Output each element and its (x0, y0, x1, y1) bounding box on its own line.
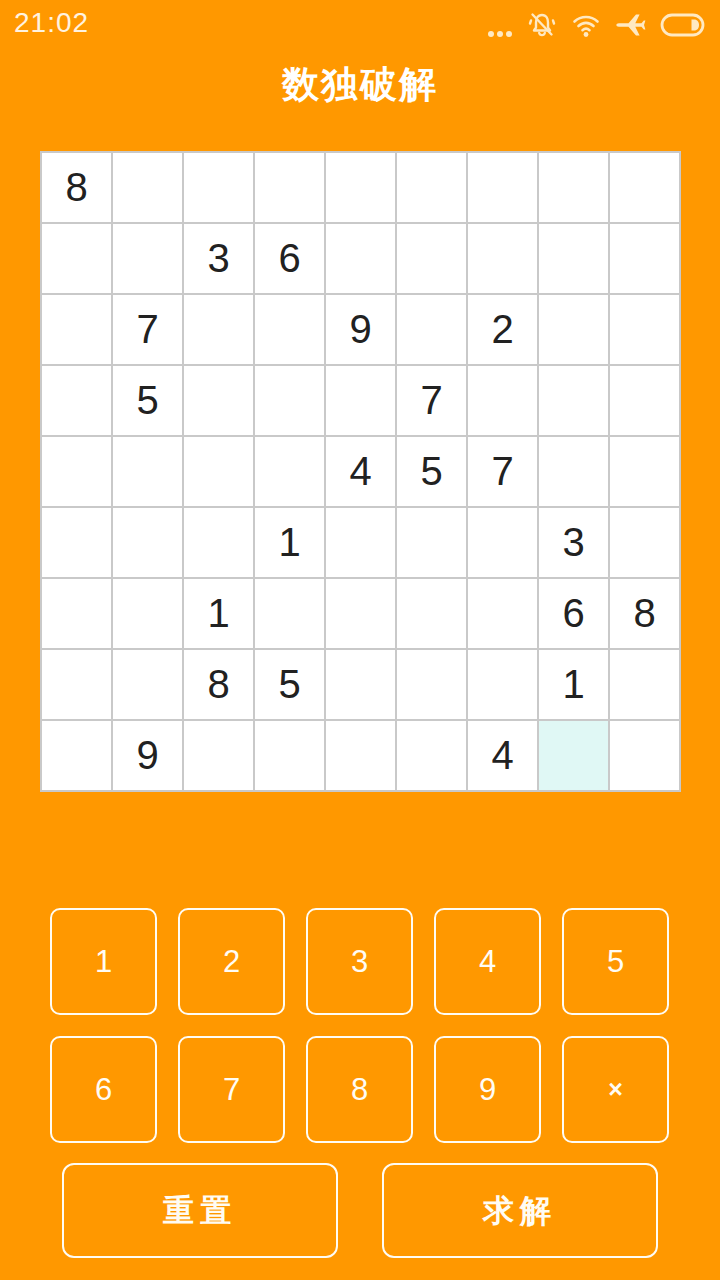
sudoku-cell-r4c3[interactable] (184, 366, 253, 435)
status-clock: 21:02 (14, 7, 89, 39)
sudoku-cell-r7c1[interactable] (42, 579, 111, 648)
sudoku-cell-r1c7[interactable] (468, 153, 537, 222)
sudoku-cell-r1c5[interactable] (326, 153, 395, 222)
sudoku-cell-r6c7[interactable] (468, 508, 537, 577)
sudoku-cell-r3c8[interactable] (539, 295, 608, 364)
key-4[interactable]: 4 (434, 908, 541, 1015)
sudoku-cell-r1c9[interactable] (610, 153, 679, 222)
solve-button[interactable]: 求解 (382, 1163, 658, 1258)
sudoku-cell-r8c3[interactable]: 8 (184, 650, 253, 719)
sudoku-cell-r1c1[interactable]: 8 (42, 153, 111, 222)
sudoku-cell-r3c5[interactable]: 9 (326, 295, 395, 364)
page-title: 数独破解 (0, 60, 720, 110)
sudoku-cell-r3c1[interactable] (42, 295, 111, 364)
sudoku-cell-r9c7[interactable]: 4 (468, 721, 537, 790)
sudoku-cell-r2c4[interactable]: 6 (255, 224, 324, 293)
status-bar: 21:02 (0, 0, 720, 48)
key-1[interactable]: 1 (50, 908, 157, 1015)
signal-dots-icon (487, 10, 513, 40)
key-9[interactable]: 9 (434, 1036, 541, 1143)
sudoku-cell-r9c4[interactable] (255, 721, 324, 790)
sudoku-cell-r9c9[interactable] (610, 721, 679, 790)
sudoku-cell-r7c4[interactable] (255, 579, 324, 648)
sudoku-cell-r5c7[interactable]: 7 (468, 437, 537, 506)
reset-button[interactable]: 重置 (62, 1163, 338, 1258)
sudoku-cell-r8c4[interactable]: 5 (255, 650, 324, 719)
key-8[interactable]: 8 (306, 1036, 413, 1143)
sudoku-cell-r6c8[interactable]: 3 (539, 508, 608, 577)
sudoku-cell-r6c2[interactable] (113, 508, 182, 577)
sudoku-cell-r5c2[interactable] (113, 437, 182, 506)
sudoku-cell-r8c5[interactable] (326, 650, 395, 719)
number-keypad: 123456789× (50, 908, 669, 1143)
status-icons (487, 0, 706, 50)
sudoku-cell-r7c5[interactable] (326, 579, 395, 648)
sudoku-cell-r6c9[interactable] (610, 508, 679, 577)
sudoku-cell-r9c6[interactable] (397, 721, 466, 790)
app-screen: 21:02 (0, 0, 720, 1280)
key-delete[interactable]: × (562, 1036, 669, 1143)
sudoku-cell-r9c5[interactable] (326, 721, 395, 790)
sudoku-cell-r1c2[interactable] (113, 153, 182, 222)
sudoku-cell-r9c1[interactable] (42, 721, 111, 790)
sudoku-cell-r7c3[interactable]: 1 (184, 579, 253, 648)
sudoku-cell-r5c8[interactable] (539, 437, 608, 506)
sudoku-cell-r7c9[interactable]: 8 (610, 579, 679, 648)
sudoku-cell-r5c4[interactable] (255, 437, 324, 506)
sudoku-cell-r9c8[interactable] (539, 721, 608, 790)
sudoku-cell-r7c2[interactable] (113, 579, 182, 648)
key-7[interactable]: 7 (178, 1036, 285, 1143)
sudoku-cell-r2c6[interactable] (397, 224, 466, 293)
sudoku-cell-r3c6[interactable] (397, 295, 466, 364)
mute-bell-icon (527, 10, 557, 40)
sudoku-cell-r4c8[interactable] (539, 366, 608, 435)
sudoku-cell-r2c7[interactable] (468, 224, 537, 293)
sudoku-cell-r8c7[interactable] (468, 650, 537, 719)
sudoku-cell-r7c7[interactable] (468, 579, 537, 648)
sudoku-cell-r4c9[interactable] (610, 366, 679, 435)
sudoku-cell-r1c3[interactable] (184, 153, 253, 222)
action-bar: 重置 求解 (62, 1163, 658, 1258)
sudoku-cell-r9c3[interactable] (184, 721, 253, 790)
sudoku-cell-r6c4[interactable]: 1 (255, 508, 324, 577)
sudoku-cell-r2c8[interactable] (539, 224, 608, 293)
sudoku-cell-r7c6[interactable] (397, 579, 466, 648)
key-6[interactable]: 6 (50, 1036, 157, 1143)
airplane-mode-icon (615, 11, 646, 39)
sudoku-cell-r6c6[interactable] (397, 508, 466, 577)
sudoku-cell-r3c9[interactable] (610, 295, 679, 364)
sudoku-cell-r5c1[interactable] (42, 437, 111, 506)
key-5[interactable]: 5 (562, 908, 669, 1015)
sudoku-cell-r2c3[interactable]: 3 (184, 224, 253, 293)
sudoku-cell-r1c4[interactable] (255, 153, 324, 222)
sudoku-cell-r3c3[interactable] (184, 295, 253, 364)
sudoku-cell-r7c8[interactable]: 6 (539, 579, 608, 648)
sudoku-cell-r8c6[interactable] (397, 650, 466, 719)
sudoku-cell-r2c2[interactable] (113, 224, 182, 293)
sudoku-cell-r6c5[interactable] (326, 508, 395, 577)
key-3[interactable]: 3 (306, 908, 413, 1015)
sudoku-cell-r2c1[interactable] (42, 224, 111, 293)
sudoku-cell-r4c1[interactable] (42, 366, 111, 435)
sudoku-cell-r3c7[interactable]: 2 (468, 295, 537, 364)
sudoku-cell-r3c4[interactable] (255, 295, 324, 364)
sudoku-cell-r4c7[interactable] (468, 366, 537, 435)
sudoku-cell-r6c1[interactable] (42, 508, 111, 577)
sudoku-board: 836792574571316885194 (40, 151, 681, 792)
key-2[interactable]: 2 (178, 908, 285, 1015)
battery-icon (660, 12, 706, 38)
sudoku-cell-r8c2[interactable] (113, 650, 182, 719)
sudoku-cell-r8c9[interactable] (610, 650, 679, 719)
sudoku-cell-r1c6[interactable] (397, 153, 466, 222)
sudoku-cell-r4c2[interactable]: 5 (113, 366, 182, 435)
sudoku-cell-r3c2[interactable]: 7 (113, 295, 182, 364)
sudoku-cell-r8c1[interactable] (42, 650, 111, 719)
sudoku-cell-r2c5[interactable] (326, 224, 395, 293)
sudoku-cell-r9c2[interactable]: 9 (113, 721, 182, 790)
sudoku-cell-r1c8[interactable] (539, 153, 608, 222)
sudoku-cell-r5c6[interactable]: 5 (397, 437, 466, 506)
sudoku-cell-r4c6[interactable]: 7 (397, 366, 466, 435)
sudoku-cell-r4c5[interactable] (326, 366, 395, 435)
sudoku-cell-r5c5[interactable]: 4 (326, 437, 395, 506)
sudoku-cell-r6c3[interactable] (184, 508, 253, 577)
sudoku-cell-r2c9[interactable] (610, 224, 679, 293)
sudoku-cell-r4c4[interactable] (255, 366, 324, 435)
sudoku-cell-r8c8[interactable]: 1 (539, 650, 608, 719)
wifi-icon (571, 11, 601, 39)
sudoku-cell-r5c9[interactable] (610, 437, 679, 506)
sudoku-cell-r5c3[interactable] (184, 437, 253, 506)
